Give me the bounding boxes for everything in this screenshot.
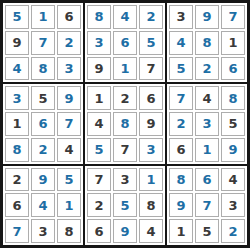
cell-r8c4[interactable]: 2: [87, 193, 111, 217]
cell-r6c9[interactable]: 9: [221, 138, 245, 162]
cell-r2c8[interactable]: 8: [195, 31, 219, 55]
cell-r6c1[interactable]: 8: [5, 138, 29, 162]
box-1: 516972483: [2, 2, 84, 83]
box-8: 731258694: [84, 165, 166, 246]
box-4: 359167824: [2, 83, 84, 164]
cell-r6c3[interactable]: 4: [57, 138, 81, 162]
cell-r1c8[interactable]: 9: [195, 5, 219, 29]
box-7: 295641738: [2, 165, 84, 246]
cell-r5c6[interactable]: 9: [139, 112, 163, 136]
cell-r9c5[interactable]: 9: [113, 219, 137, 243]
cell-r6c8[interactable]: 1: [195, 138, 219, 162]
cell-r2c4[interactable]: 3: [87, 31, 111, 55]
cell-r4c3[interactable]: 9: [57, 86, 81, 110]
cell-r8c6[interactable]: 8: [139, 193, 163, 217]
cell-r5c2[interactable]: 6: [31, 112, 55, 136]
cell-r8c2[interactable]: 4: [31, 193, 55, 217]
cell-r8c7[interactable]: 9: [169, 193, 193, 217]
cell-r7c3[interactable]: 5: [57, 168, 81, 192]
cell-r7c6[interactable]: 1: [139, 168, 163, 192]
box-3: 397481526: [166, 2, 248, 83]
cell-r3c4[interactable]: 9: [87, 57, 111, 81]
cell-r9c9[interactable]: 2: [221, 219, 245, 243]
cell-r4c8[interactable]: 4: [195, 86, 219, 110]
cell-r7c5[interactable]: 3: [113, 168, 137, 192]
cell-r6c5[interactable]: 7: [113, 138, 137, 162]
cell-r3c7[interactable]: 5: [169, 57, 193, 81]
cell-r9c4[interactable]: 6: [87, 219, 111, 243]
sudoku-board: 5169724838423659173974815263591678241264…: [0, 0, 250, 248]
cell-r5c7[interactable]: 2: [169, 112, 193, 136]
cell-r7c8[interactable]: 6: [195, 168, 219, 192]
cell-r5c4[interactable]: 4: [87, 112, 111, 136]
cell-r4c2[interactable]: 5: [31, 86, 55, 110]
cell-r3c3[interactable]: 3: [57, 57, 81, 81]
cell-r2c9[interactable]: 1: [221, 31, 245, 55]
cell-r7c1[interactable]: 2: [5, 168, 29, 192]
cell-r1c1[interactable]: 5: [5, 5, 29, 29]
cell-r1c4[interactable]: 8: [87, 5, 111, 29]
cell-r9c8[interactable]: 5: [195, 219, 219, 243]
cell-r2c3[interactable]: 2: [57, 31, 81, 55]
cell-r1c5[interactable]: 4: [113, 5, 137, 29]
cell-r5c3[interactable]: 7: [57, 112, 81, 136]
cell-r3c5[interactable]: 1: [113, 57, 137, 81]
cell-r9c6[interactable]: 4: [139, 219, 163, 243]
cell-r2c6[interactable]: 5: [139, 31, 163, 55]
cell-r9c7[interactable]: 1: [169, 219, 193, 243]
cell-r6c4[interactable]: 5: [87, 138, 111, 162]
cell-r9c1[interactable]: 7: [5, 219, 29, 243]
box-9: 864973152: [166, 165, 248, 246]
cell-r4c6[interactable]: 6: [139, 86, 163, 110]
cell-r5c1[interactable]: 1: [5, 112, 29, 136]
cell-r8c9[interactable]: 3: [221, 193, 245, 217]
cell-r5c9[interactable]: 5: [221, 112, 245, 136]
cell-r8c5[interactable]: 5: [113, 193, 137, 217]
cell-r3c2[interactable]: 8: [31, 57, 55, 81]
cell-r1c3[interactable]: 6: [57, 5, 81, 29]
cell-r6c7[interactable]: 6: [169, 138, 193, 162]
cell-r2c5[interactable]: 6: [113, 31, 137, 55]
box-6: 748235619: [166, 83, 248, 164]
cell-r6c2[interactable]: 2: [31, 138, 55, 162]
cell-r9c2[interactable]: 3: [31, 219, 55, 243]
cell-r7c4[interactable]: 7: [87, 168, 111, 192]
cell-r1c9[interactable]: 7: [221, 5, 245, 29]
cell-r3c6[interactable]: 7: [139, 57, 163, 81]
cell-r5c8[interactable]: 3: [195, 112, 219, 136]
cell-r3c9[interactable]: 6: [221, 57, 245, 81]
cell-r7c7[interactable]: 8: [169, 168, 193, 192]
cell-r4c4[interactable]: 1: [87, 86, 111, 110]
box-2: 842365917: [84, 2, 166, 83]
cell-r5c5[interactable]: 8: [113, 112, 137, 136]
cell-r1c7[interactable]: 3: [169, 5, 193, 29]
cell-r4c9[interactable]: 8: [221, 86, 245, 110]
cell-r6c6[interactable]: 3: [139, 138, 163, 162]
cell-r7c9[interactable]: 4: [221, 168, 245, 192]
cell-r3c8[interactable]: 2: [195, 57, 219, 81]
cell-r2c7[interactable]: 4: [169, 31, 193, 55]
box-5: 126489573: [84, 83, 166, 164]
cell-r8c1[interactable]: 6: [5, 193, 29, 217]
cell-r1c2[interactable]: 1: [31, 5, 55, 29]
cell-r8c8[interactable]: 7: [195, 193, 219, 217]
cell-r4c5[interactable]: 2: [113, 86, 137, 110]
cell-r7c2[interactable]: 9: [31, 168, 55, 192]
cell-r1c6[interactable]: 2: [139, 5, 163, 29]
cell-r2c1[interactable]: 9: [5, 31, 29, 55]
cell-r8c3[interactable]: 1: [57, 193, 81, 217]
cell-r4c1[interactable]: 3: [5, 86, 29, 110]
cell-r9c3[interactable]: 8: [57, 219, 81, 243]
cell-r3c1[interactable]: 4: [5, 57, 29, 81]
cell-r2c2[interactable]: 7: [31, 31, 55, 55]
cell-r4c7[interactable]: 7: [169, 86, 193, 110]
